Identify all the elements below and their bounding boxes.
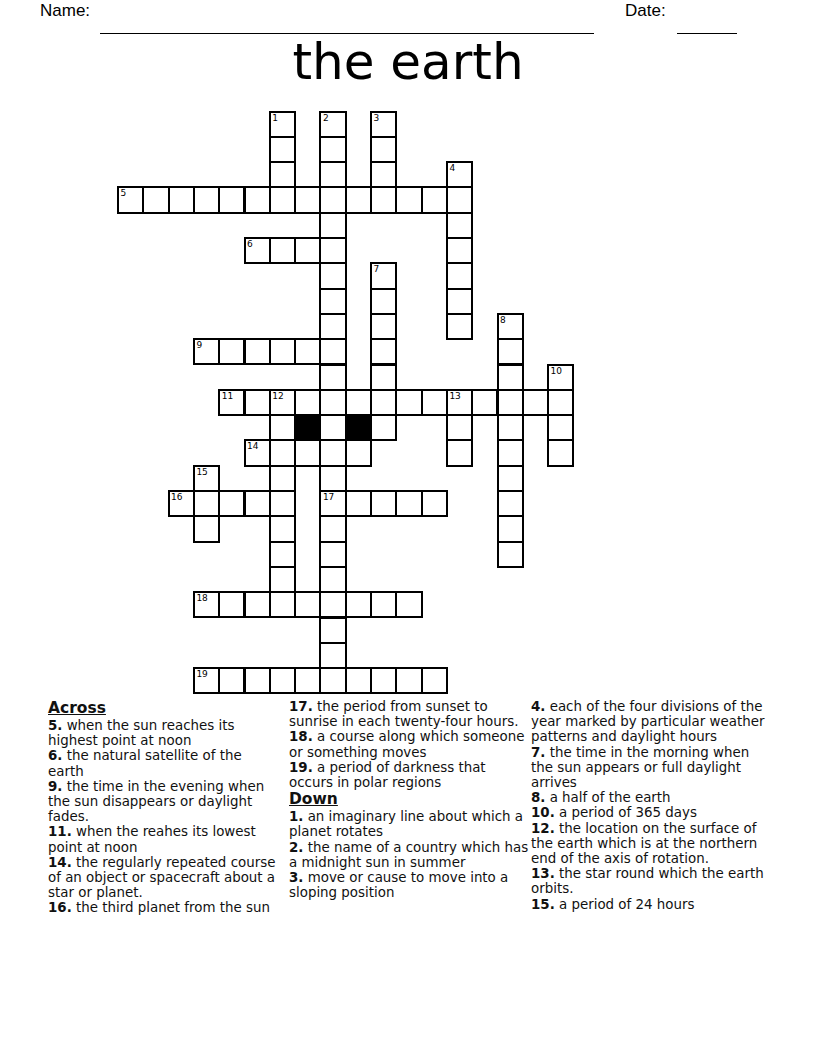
clue-number: 7.: [531, 745, 545, 760]
grid-cell[interactable]: 15: [193, 465, 220, 492]
grid-cell[interactable]: [370, 364, 397, 391]
grid-cell[interactable]: [421, 389, 448, 416]
clue-10: 10. a period of 365 days: [531, 805, 774, 820]
grid-cell[interactable]: [497, 364, 524, 391]
grid-cell[interactable]: [244, 389, 271, 416]
cell-number: 7: [374, 264, 380, 274]
grid-cell[interactable]: [319, 642, 346, 669]
clue-number: 17.: [289, 699, 313, 714]
clue-18: 18. a course along which someone or some…: [289, 729, 529, 759]
cell-number: 1: [272, 113, 278, 123]
grid-cell[interactable]: [547, 439, 574, 466]
grid-cell[interactable]: [244, 338, 271, 365]
grid-cell[interactable]: [370, 414, 397, 441]
grid-cell[interactable]: [218, 591, 245, 618]
grid-cell[interactable]: [319, 439, 346, 466]
date-label: Date:: [625, 1, 666, 21]
grid-cell[interactable]: [269, 465, 296, 492]
grid-cell[interactable]: 12: [269, 389, 296, 416]
clue-number: 18.: [289, 729, 313, 744]
grid-cell[interactable]: [319, 186, 346, 213]
clues-column-2: 17. the period from sunset to sunrise in…: [289, 699, 529, 900]
grid-cell[interactable]: [446, 414, 473, 441]
cell-number: 13: [449, 391, 460, 401]
grid-cell[interactable]: [446, 313, 473, 340]
grid-cell[interactable]: 11: [218, 389, 245, 416]
grid-cell[interactable]: 10: [547, 364, 574, 391]
grid-cell[interactable]: 5: [117, 186, 144, 213]
grid-cell[interactable]: [319, 237, 346, 264]
grid-cell[interactable]: [168, 186, 195, 213]
clue-4: 4. each of the four divisions of the yea…: [531, 699, 774, 745]
grid-cell[interactable]: [446, 186, 473, 213]
grid-cell[interactable]: [446, 262, 473, 289]
grid-cell[interactable]: [395, 591, 422, 618]
black-cell: [294, 414, 321, 441]
grid-cell[interactable]: [395, 389, 422, 416]
grid-cell[interactable]: [547, 414, 574, 441]
down-heading: Down: [289, 790, 529, 809]
grid-cell[interactable]: [294, 439, 321, 466]
grid-cell[interactable]: [218, 338, 245, 365]
grid-cell[interactable]: [446, 212, 473, 239]
grid-cell[interactable]: [345, 439, 372, 466]
clue-number: 11.: [48, 824, 72, 839]
cell-number: 19: [196, 669, 207, 679]
grid-cell[interactable]: [497, 541, 524, 568]
grid-cell[interactable]: [294, 338, 321, 365]
cell-number: 5: [121, 188, 127, 198]
clue-number: 5.: [48, 718, 62, 733]
grid-cell[interactable]: [370, 389, 397, 416]
grid-cell[interactable]: [370, 161, 397, 188]
grid-cell[interactable]: [269, 186, 296, 213]
name-label: Name:: [40, 1, 90, 21]
grid-cell[interactable]: [244, 591, 271, 618]
grid-cell[interactable]: [319, 515, 346, 542]
grid-cell[interactable]: [345, 591, 372, 618]
grid-cell[interactable]: [269, 414, 296, 441]
grid-cell[interactable]: [269, 338, 296, 365]
grid-cell[interactable]: [421, 186, 448, 213]
grid-cell[interactable]: [294, 591, 321, 618]
cell-number: 16: [171, 492, 182, 502]
grid-cell[interactable]: [319, 591, 346, 618]
grid-cell[interactable]: [471, 389, 498, 416]
grid-cell[interactable]: [370, 288, 397, 315]
grid-cell[interactable]: [370, 186, 397, 213]
clues-column-1: Across5. when the sun reaches its highes…: [48, 699, 278, 916]
grid-cell[interactable]: [269, 439, 296, 466]
grid-cell[interactable]: [497, 490, 524, 517]
cell-number: 14: [247, 441, 258, 451]
cell-number: 3: [374, 113, 380, 123]
grid-cell[interactable]: [193, 186, 220, 213]
grid-cell[interactable]: [319, 288, 346, 315]
grid-cell[interactable]: [269, 566, 296, 593]
grid-cell[interactable]: [345, 389, 372, 416]
grid-cell[interactable]: [345, 667, 372, 694]
grid-cell[interactable]: [142, 186, 169, 213]
grid-cell[interactable]: [218, 186, 245, 213]
grid-cell[interactable]: [269, 161, 296, 188]
grid-cell[interactable]: [319, 136, 346, 163]
clue-number: 2.: [289, 840, 303, 855]
clue-5: 5. when the sun reaches its highest poin…: [48, 718, 278, 748]
grid-cell[interactable]: 18: [193, 591, 220, 618]
grid-cell[interactable]: [319, 338, 346, 365]
clue-1: 1. an imaginary line about which a plane…: [289, 809, 529, 839]
grid-cell[interactable]: [269, 515, 296, 542]
grid-cell[interactable]: 6: [244, 237, 271, 264]
grid-cell[interactable]: [319, 262, 346, 289]
clue-15: 15. a period of 24 hours: [531, 897, 774, 912]
grid-cell[interactable]: 3: [370, 111, 397, 138]
grid-cell[interactable]: [345, 490, 372, 517]
grid-cell[interactable]: [269, 490, 296, 517]
cell-number: 8: [500, 315, 506, 325]
grid-cell[interactable]: [319, 541, 346, 568]
clues-column-3: 4. each of the four divisions of the yea…: [531, 699, 774, 912]
grid-cell[interactable]: [497, 439, 524, 466]
cell-number: 17: [323, 492, 334, 502]
grid-cell[interactable]: 2: [319, 111, 346, 138]
grid-cell[interactable]: [395, 490, 422, 517]
grid-cell[interactable]: [269, 667, 296, 694]
clue-number: 16.: [48, 900, 72, 915]
clue-7: 7. the time in the morning when the sun …: [531, 745, 774, 791]
cell-number: 9: [196, 340, 202, 350]
clue-16: 16. the third planet from the sun: [48, 900, 278, 915]
grid-cell[interactable]: [421, 490, 448, 517]
grid-cell[interactable]: [319, 389, 346, 416]
clue-number: 3.: [289, 870, 303, 885]
clue-number: 1.: [289, 809, 303, 824]
clue-11: 11. when the reahes its lowest point at …: [48, 824, 278, 854]
grid-cell[interactable]: [497, 338, 524, 365]
clue-14: 14. the regularly repeated course of an …: [48, 855, 278, 901]
clue-number: 19.: [289, 760, 313, 775]
grid-cell[interactable]: [319, 414, 346, 441]
grid-cell[interactable]: 1: [269, 111, 296, 138]
cell-number: 12: [272, 391, 283, 401]
grid-cell[interactable]: [370, 313, 397, 340]
grid-cell[interactable]: [319, 313, 346, 340]
grid-cell[interactable]: [345, 186, 372, 213]
grid-cell[interactable]: [497, 515, 524, 542]
cell-number: 11: [222, 391, 233, 401]
grid-cell[interactable]: [319, 212, 346, 239]
grid-cell[interactable]: [370, 136, 397, 163]
cell-number: 18: [196, 593, 207, 603]
grid-cell[interactable]: [319, 465, 346, 492]
clue-number: 6.: [48, 748, 62, 763]
clue-number: 10.: [531, 805, 555, 820]
grid-cell[interactable]: [294, 186, 321, 213]
grid-cell[interactable]: [294, 389, 321, 416]
grid-cell[interactable]: [269, 541, 296, 568]
grid-cell[interactable]: 13: [446, 389, 473, 416]
grid-cell[interactable]: [395, 667, 422, 694]
clue-17: 17. the period from sunset to sunrise in…: [289, 699, 529, 729]
grid-cell[interactable]: [522, 389, 549, 416]
grid-cell[interactable]: [370, 667, 397, 694]
worksheet-page: Name: Date: the earth 123456789101112131…: [0, 0, 816, 1056]
grid-cell[interactable]: [294, 667, 321, 694]
grid-cell[interactable]: [370, 338, 397, 365]
grid-cell[interactable]: 4: [446, 161, 473, 188]
clue-number: 15.: [531, 897, 555, 912]
clue-number: 14.: [48, 855, 72, 870]
grid-cell[interactable]: [319, 161, 346, 188]
grid-cell[interactable]: [269, 237, 296, 264]
grid-cell[interactable]: [446, 439, 473, 466]
clue-2: 2. the name of a country which has a mid…: [289, 840, 529, 870]
grid-cell[interactable]: [193, 515, 220, 542]
grid-cell[interactable]: 9: [193, 338, 220, 365]
clue-number: 9.: [48, 779, 62, 794]
clue-6: 6. the natural satellite of the earth: [48, 748, 278, 778]
grid-cell[interactable]: [421, 667, 448, 694]
grid-cell[interactable]: [370, 591, 397, 618]
clue-number: 13.: [531, 866, 555, 881]
grid-cell[interactable]: [497, 389, 524, 416]
clue-8: 8. a half of the earth: [531, 790, 774, 805]
grid-cell[interactable]: [319, 667, 346, 694]
grid-cell[interactable]: 17: [319, 490, 346, 517]
clue-19: 19. a period of darkness that occurs in …: [289, 760, 529, 790]
grid-cell[interactable]: [269, 591, 296, 618]
cell-number: 4: [449, 163, 455, 173]
grid-cell[interactable]: [244, 667, 271, 694]
clue-3: 3. move or cause to move into a sloping …: [289, 870, 529, 900]
grid-cell[interactable]: [294, 237, 321, 264]
grid-cell[interactable]: [319, 364, 346, 391]
grid-cell[interactable]: [370, 490, 397, 517]
puzzle-title: the earth: [0, 33, 816, 91]
grid-cell[interactable]: [547, 389, 574, 416]
clue-number: 12.: [531, 821, 555, 836]
clue-13: 13. the star round which the earth orbit…: [531, 866, 774, 896]
grid-cell[interactable]: 14: [244, 439, 271, 466]
cell-number: 15: [196, 467, 207, 477]
black-cell: [345, 414, 372, 441]
grid-cell[interactable]: [218, 667, 245, 694]
grid-cell[interactable]: [269, 136, 296, 163]
grid-cell[interactable]: [446, 237, 473, 264]
grid-cell[interactable]: 16: [168, 490, 195, 517]
cell-number: 10: [551, 366, 562, 376]
grid-cell[interactable]: [319, 566, 346, 593]
clue-number: 8.: [531, 790, 545, 805]
grid-cell[interactable]: 19: [193, 667, 220, 694]
grid-cell[interactable]: [218, 490, 245, 517]
clue-12: 12. the location on the surface of the e…: [531, 821, 774, 867]
grid-cell[interactable]: [319, 617, 346, 644]
grid-cell[interactable]: [497, 414, 524, 441]
name-fill-in-line[interactable]: [100, 18, 594, 34]
date-fill-in-line[interactable]: [677, 18, 737, 34]
grid-cell[interactable]: [244, 186, 271, 213]
clue-number: 4.: [531, 699, 545, 714]
cell-number: 2: [323, 113, 329, 123]
cell-number: 6: [247, 239, 253, 249]
grid-cell[interactable]: [193, 490, 220, 517]
grid-cell[interactable]: [395, 186, 422, 213]
across-heading: Across: [48, 699, 278, 718]
grid-cell[interactable]: 8: [497, 313, 524, 340]
grid-cell[interactable]: [497, 465, 524, 492]
clue-9: 9. the time in the evening when the sun …: [48, 779, 278, 825]
grid-cell[interactable]: [446, 288, 473, 315]
grid-cell[interactable]: [244, 490, 271, 517]
grid-cell[interactable]: 7: [370, 262, 397, 289]
